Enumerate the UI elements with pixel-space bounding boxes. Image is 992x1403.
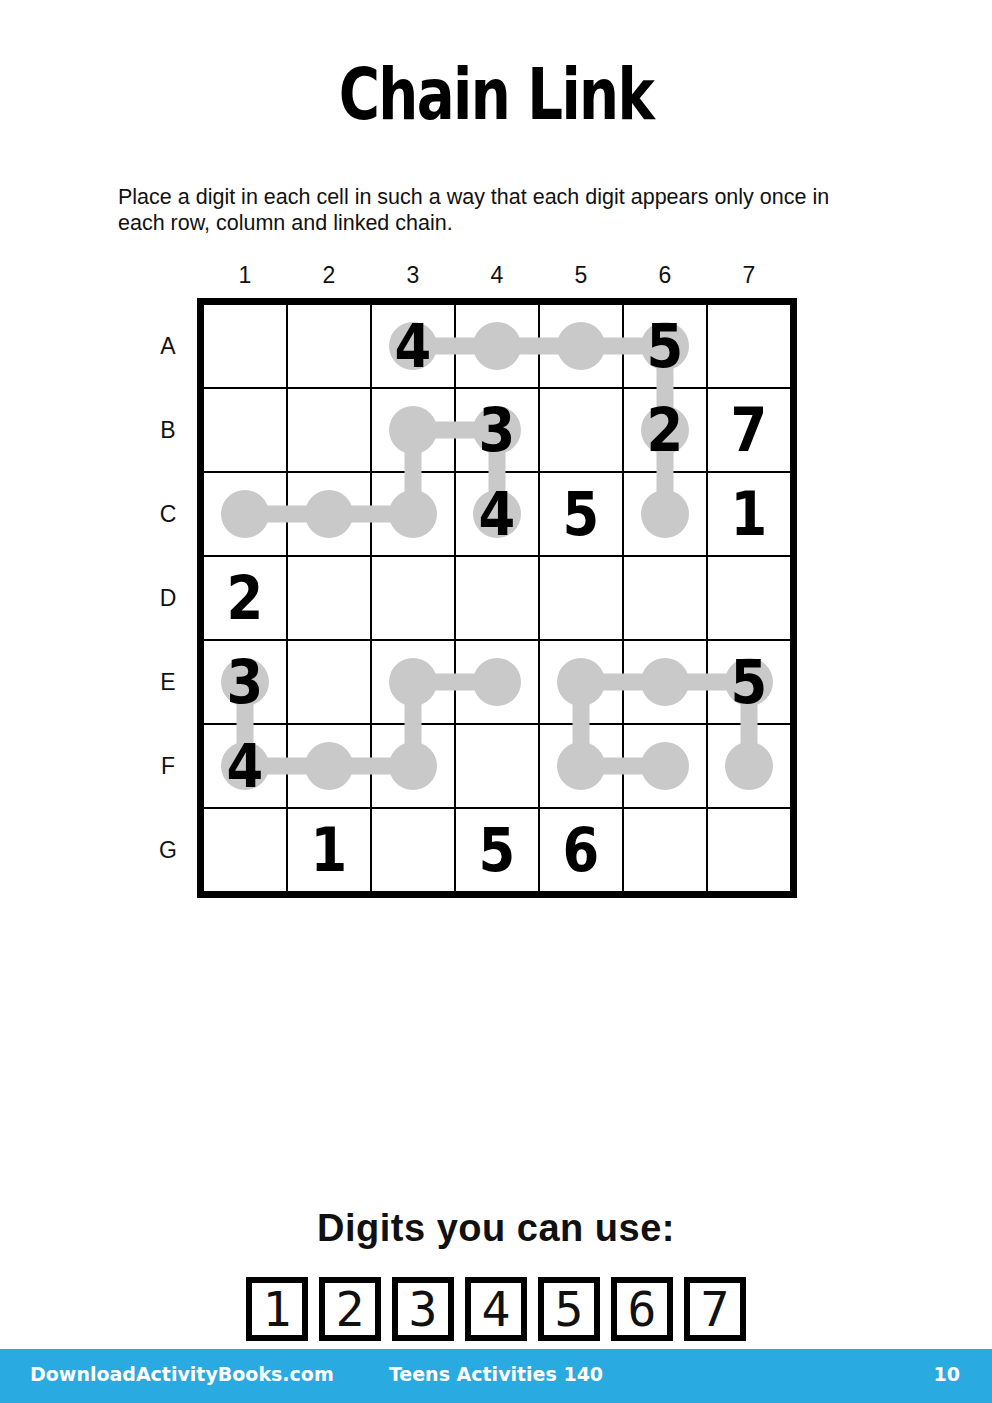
cell-A5[interactable] — [539, 304, 623, 388]
digits-heading: Digits you can use: — [0, 1207, 992, 1250]
cell-E4[interactable] — [455, 640, 539, 724]
cell-B3[interactable] — [371, 388, 455, 472]
row-label-G: G — [146, 808, 190, 892]
col-label-2: 2 — [287, 262, 371, 289]
row-label-F: F — [146, 724, 190, 808]
digit-box-6: 6 — [611, 1277, 673, 1341]
row-label-A: A — [146, 304, 190, 388]
cell-G4[interactable]: 5 — [455, 808, 539, 892]
cell-D2[interactable] — [287, 556, 371, 640]
cell-D7[interactable] — [707, 556, 791, 640]
col-label-5: 5 — [539, 262, 623, 289]
cell-B2[interactable] — [287, 388, 371, 472]
cell-D1[interactable]: 2 — [203, 556, 287, 640]
given-digit-C4: 4 — [479, 484, 516, 544]
digit-box-4: 4 — [465, 1277, 527, 1341]
given-digit-F1: 4 — [227, 736, 264, 796]
given-digit-A6: 5 — [647, 316, 684, 376]
digit-box-2: 2 — [319, 1277, 381, 1341]
puzzle-board: 453274512354156 — [197, 298, 797, 898]
cell-F7[interactable] — [707, 724, 791, 808]
cell-C6[interactable] — [623, 472, 707, 556]
col-label-1: 1 — [203, 262, 287, 289]
given-digit-E1: 3 — [227, 652, 264, 712]
cell-B6[interactable]: 2 — [623, 388, 707, 472]
digit-box-5: 5 — [538, 1277, 600, 1341]
cell-B1[interactable] — [203, 388, 287, 472]
cell-C7[interactable]: 1 — [707, 472, 791, 556]
col-label-4: 4 — [455, 262, 539, 289]
cell-D6[interactable] — [623, 556, 707, 640]
page-title: Chain Link — [109, 52, 883, 136]
cell-G3[interactable] — [371, 808, 455, 892]
cell-F3[interactable] — [371, 724, 455, 808]
digit-box-1: 1 — [246, 1277, 308, 1341]
cell-G2[interactable]: 1 — [287, 808, 371, 892]
given-digit-B7: 7 — [731, 400, 768, 460]
cell-E5[interactable] — [539, 640, 623, 724]
cell-G6[interactable] — [623, 808, 707, 892]
cell-F2[interactable] — [287, 724, 371, 808]
footer-book-title: Teens Activities 140 — [0, 1363, 992, 1385]
cell-A6[interactable]: 5 — [623, 304, 707, 388]
given-digit-A3: 4 — [395, 316, 432, 376]
cell-E3[interactable] — [371, 640, 455, 724]
given-digit-E7: 5 — [731, 652, 768, 712]
given-digit-B6: 2 — [647, 400, 684, 460]
row-label-E: E — [146, 640, 190, 724]
cell-C1[interactable] — [203, 472, 287, 556]
cell-C3[interactable] — [371, 472, 455, 556]
footer-page-number: 10 — [934, 1363, 960, 1385]
cell-A4[interactable] — [455, 304, 539, 388]
given-digit-G4: 5 — [479, 820, 516, 880]
row-label-C: C — [146, 472, 190, 556]
col-label-3: 3 — [371, 262, 455, 289]
given-digit-C7: 1 — [731, 484, 768, 544]
instructions-line-2: each row, column and linked chain. — [118, 210, 829, 236]
cell-G5[interactable]: 6 — [539, 808, 623, 892]
instructions: Place a digit in each cell in such a way… — [118, 184, 829, 236]
given-digit-B4: 3 — [479, 400, 516, 460]
digit-boxes: 1234567 — [0, 1277, 992, 1341]
cell-C2[interactable] — [287, 472, 371, 556]
cell-C4[interactable]: 4 — [455, 472, 539, 556]
instructions-line-1: Place a digit in each cell in such a way… — [118, 184, 829, 210]
row-label-D: D — [146, 556, 190, 640]
cell-E2[interactable] — [287, 640, 371, 724]
given-digit-G2: 1 — [311, 820, 348, 880]
col-label-7: 7 — [707, 262, 791, 289]
cell-A3[interactable]: 4 — [371, 304, 455, 388]
cell-F4[interactable] — [455, 724, 539, 808]
cell-A7[interactable] — [707, 304, 791, 388]
digit-box-7: 7 — [684, 1277, 746, 1341]
cell-F1[interactable]: 4 — [203, 724, 287, 808]
cell-E7[interactable]: 5 — [707, 640, 791, 724]
cell-C5[interactable]: 5 — [539, 472, 623, 556]
board-grid: 453274512354156 — [203, 304, 791, 892]
cell-B4[interactable]: 3 — [455, 388, 539, 472]
given-digit-G5: 6 — [563, 820, 600, 880]
cell-E1[interactable]: 3 — [203, 640, 287, 724]
digit-box-3: 3 — [392, 1277, 454, 1341]
cell-G7[interactable] — [707, 808, 791, 892]
cell-B5[interactable] — [539, 388, 623, 472]
cell-D4[interactable] — [455, 556, 539, 640]
cell-A2[interactable] — [287, 304, 371, 388]
cell-D5[interactable] — [539, 556, 623, 640]
cell-E6[interactable] — [623, 640, 707, 724]
cell-D3[interactable] — [371, 556, 455, 640]
cell-A1[interactable] — [203, 304, 287, 388]
cell-G1[interactable] — [203, 808, 287, 892]
given-digit-D1: 2 — [227, 568, 264, 628]
cell-B7[interactable]: 7 — [707, 388, 791, 472]
footer-bar: DownloadActivityBooks.com Teens Activiti… — [0, 1349, 992, 1403]
given-digit-C5: 5 — [563, 484, 600, 544]
col-label-6: 6 — [623, 262, 707, 289]
row-label-B: B — [146, 388, 190, 472]
cell-F5[interactable] — [539, 724, 623, 808]
cell-F6[interactable] — [623, 724, 707, 808]
